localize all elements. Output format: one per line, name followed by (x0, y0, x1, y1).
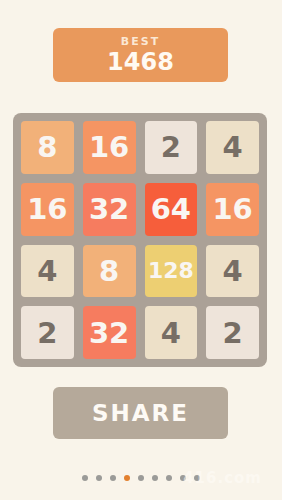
best-score-label: BEST (121, 35, 160, 49)
tile-r0c2-value-2: 2 (145, 121, 198, 174)
tile-r3c0-value-2: 2 (21, 306, 74, 359)
best-score-value: 1468 (107, 49, 174, 75)
tile-r3c2-value-4: 4 (145, 306, 198, 359)
game-board-2048[interactable]: 816241632641648128423242 (13, 113, 267, 367)
tile-r3c1-value-32: 32 (83, 306, 136, 359)
tile-r2c0-value-4: 4 (21, 245, 74, 298)
tile-r0c1-value-16: 16 (83, 121, 136, 174)
page-dot (166, 475, 172, 481)
page-indicator-dots (0, 475, 282, 481)
tile-r1c2-value-64: 64 (145, 183, 198, 236)
tile-r2c1-value-8: 8 (83, 245, 136, 298)
tile-r3c3-value-2: 2 (206, 306, 259, 359)
tile-r1c0-value-16: 16 (21, 183, 74, 236)
tile-r1c1-value-32: 32 (83, 183, 136, 236)
tile-r2c3-value-4: 4 (206, 245, 259, 298)
best-score-badge: BEST 1468 (53, 28, 228, 82)
tile-r0c3-value-4: 4 (206, 121, 259, 174)
page-dot (138, 475, 144, 481)
page-dot (180, 475, 186, 481)
page-dot (96, 475, 102, 481)
page-dot (194, 475, 200, 481)
page-dot-active (124, 475, 130, 481)
tile-r2c2-value-128: 128 (145, 245, 198, 298)
page-dot (82, 475, 88, 481)
tile-r1c3-value-16: 16 (206, 183, 259, 236)
share-button[interactable]: SHARE (53, 387, 228, 439)
page-dot (152, 475, 158, 481)
page-dot (110, 475, 116, 481)
tile-r0c0-value-8: 8 (21, 121, 74, 174)
